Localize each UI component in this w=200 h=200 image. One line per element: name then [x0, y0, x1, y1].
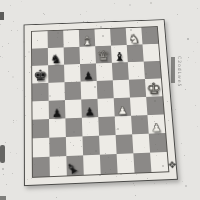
board-corner-logo: ❖ — [167, 160, 177, 170]
square-g1 — [133, 153, 151, 173]
square-h4 — [146, 96, 164, 115]
square-g6 — [128, 62, 145, 80]
square-d4: ♟ — [81, 99, 98, 118]
square-f8 — [110, 28, 127, 45]
photo-artifact — [0, 145, 5, 163]
square-a2 — [33, 138, 50, 158]
board-edge-shadow — [171, 57, 175, 83]
square-h7 — [142, 44, 159, 62]
photo-artifact — [0, 12, 4, 20]
piece-white-knight: ♞ — [128, 33, 140, 45]
photo-artifact — [0, 196, 6, 200]
square-h8 — [141, 27, 158, 44]
square-g7 — [127, 44, 144, 62]
square-b8 — [48, 31, 64, 48]
square-b7: ♞ — [48, 47, 64, 65]
square-e2 — [99, 135, 117, 155]
square-a3 — [33, 119, 50, 138]
square-a4 — [32, 101, 49, 120]
square-d6: ♟ — [80, 63, 97, 81]
square-b4: ♟ — [49, 100, 66, 119]
square-a7 — [32, 48, 48, 66]
square-e8 — [94, 29, 110, 46]
square-g3 — [131, 115, 149, 134]
square-b3 — [49, 118, 66, 137]
square-e7: ♛ — [95, 46, 112, 64]
square-c1: ♝ — [66, 155, 83, 175]
chess-board: ♝♞♞♛♝♚♟♚♟♟♟♟♝ ❖ — [24, 19, 176, 184]
square-f3 — [115, 116, 133, 135]
square-c4 — [65, 99, 82, 118]
square-f4: ♟ — [114, 98, 131, 117]
square-h2 — [149, 133, 167, 153]
piece-black-pawn: ♟ — [52, 108, 63, 119]
square-g5 — [129, 79, 146, 97]
square-d5 — [81, 81, 98, 100]
square-a5 — [32, 83, 48, 102]
square-b6 — [48, 65, 64, 83]
square-c5 — [65, 82, 82, 101]
square-c8 — [63, 30, 79, 47]
piece-white-pawn: ♟ — [151, 122, 162, 134]
piece-white-pawn: ♟ — [117, 105, 128, 116]
piece-black-pawn: ♟ — [84, 106, 95, 117]
square-c2 — [66, 136, 83, 156]
square-h1 — [150, 152, 168, 172]
piece-white-king: ♚ — [146, 81, 162, 97]
square-c7 — [64, 47, 80, 65]
square-d1 — [83, 155, 101, 175]
square-f2 — [116, 134, 134, 154]
square-c3 — [65, 118, 82, 137]
board-border: ♝♞♞♛♝♚♟♚♟♟♟♟♝ ❖ — [24, 19, 178, 186]
square-a1 — [33, 157, 50, 177]
square-g8: ♞ — [126, 28, 143, 45]
square-d2 — [82, 136, 99, 156]
piece-white-bishop: ♝ — [81, 34, 93, 46]
board-grid: ♝♞♞♛♝♚♟♚♟♟♟♟♝ — [32, 27, 168, 177]
square-h6 — [144, 61, 161, 79]
board-edge-text: C2odLwe5 — [177, 56, 182, 87]
square-f5 — [113, 80, 130, 99]
square-d7 — [79, 46, 96, 64]
square-g2 — [132, 134, 150, 154]
square-h5: ♚ — [145, 78, 162, 96]
square-h3: ♟ — [147, 114, 165, 133]
square-e1 — [100, 154, 118, 174]
square-e6 — [96, 63, 113, 81]
square-e4 — [97, 98, 114, 117]
square-d3 — [82, 117, 99, 136]
piece-black-king: ♚ — [33, 68, 48, 84]
piece-black-pawn: ♟ — [83, 71, 94, 82]
square-b2 — [49, 137, 66, 157]
square-a8 — [32, 31, 48, 49]
piece-white-queen: ♛ — [97, 49, 111, 63]
square-b5 — [48, 82, 65, 101]
square-e5 — [97, 80, 114, 99]
square-f7: ♝ — [111, 45, 128, 63]
chess-photo: C2odLwe5 ♝♞♞♛♝♚♟♚♟♟♟♟♝ ❖ — [0, 0, 200, 200]
square-d8: ♝ — [79, 29, 95, 46]
square-e3 — [98, 116, 115, 135]
square-c6 — [64, 64, 81, 82]
piece-black-bishop: ♝ — [113, 50, 125, 63]
square-a6: ♚ — [32, 65, 48, 83]
square-f6 — [112, 62, 129, 80]
piece-black-knight: ♞ — [50, 53, 62, 66]
square-g4 — [130, 97, 147, 116]
square-f1 — [117, 153, 135, 173]
